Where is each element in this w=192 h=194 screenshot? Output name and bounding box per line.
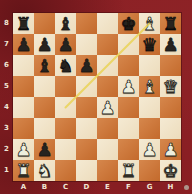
rank-label-1: 1 <box>0 160 13 181</box>
rank-label-4: 4 <box>0 97 13 118</box>
square-h2[interactable]: ♟ <box>160 139 181 160</box>
piece-black-pawn-a7[interactable]: ♟ <box>13 34 34 55</box>
square-b6[interactable]: ♝ <box>34 55 55 76</box>
square-g4[interactable] <box>139 97 160 118</box>
square-a8[interactable]: ♜ <box>13 13 34 34</box>
square-f3[interactable] <box>118 118 139 139</box>
piece-black-bishop-b6[interactable]: ♝ <box>34 55 55 76</box>
square-d3[interactable] <box>76 118 97 139</box>
corner-dot-icon <box>184 185 189 190</box>
rank-label-2: 2 <box>0 139 13 160</box>
board: ♜♝♚♝♜♟♟♟♛♟♝♞♟♟♝♛♟♟♟♟♟♜♞♜♚ <box>13 13 181 181</box>
piece-white-rook-f1[interactable]: ♜ <box>118 160 139 181</box>
square-c5[interactable] <box>55 76 76 97</box>
square-f8[interactable]: ♚ <box>118 13 139 34</box>
square-c4[interactable] <box>55 97 76 118</box>
square-g8[interactable]: ♝ <box>139 13 160 34</box>
file-label-c: C <box>55 181 76 194</box>
square-d8[interactable] <box>76 13 97 34</box>
square-g2[interactable]: ♟ <box>139 139 160 160</box>
square-g3[interactable] <box>139 118 160 139</box>
square-a5[interactable] <box>13 76 34 97</box>
file-labels: ABCDEFGH <box>13 181 181 194</box>
square-d2[interactable] <box>76 139 97 160</box>
square-g1[interactable] <box>139 160 160 181</box>
square-e8[interactable] <box>97 13 118 34</box>
piece-white-bishop-g8[interactable]: ♝ <box>139 13 160 34</box>
piece-white-pawn-f5[interactable]: ♟ <box>118 76 139 97</box>
piece-white-bishop-g5[interactable]: ♝ <box>139 76 160 97</box>
square-f2[interactable] <box>118 139 139 160</box>
square-e1[interactable] <box>97 160 118 181</box>
square-g7[interactable]: ♛ <box>139 34 160 55</box>
file-label-f: F <box>118 181 139 194</box>
square-a3[interactable] <box>13 118 34 139</box>
chessboard-frame: 87654321 ♜♝♚♝♜♟♟♟♛♟♝♞♟♟♝♛♟♟♟♟♟♜♞♜♚ ABCDE… <box>0 0 192 194</box>
rank-label-8: 8 <box>0 13 13 34</box>
rank-label-7: 7 <box>0 34 13 55</box>
file-label-e: E <box>97 181 118 194</box>
square-d6[interactable]: ♟ <box>76 55 97 76</box>
square-f6[interactable] <box>118 55 139 76</box>
file-label-g: G <box>139 181 160 194</box>
square-h7[interactable]: ♟ <box>160 34 181 55</box>
piece-black-bishop-c8[interactable]: ♝ <box>55 13 76 34</box>
square-f7[interactable] <box>118 34 139 55</box>
piece-white-knight-b1[interactable]: ♞ <box>34 160 55 181</box>
piece-white-pawn-h2[interactable]: ♟ <box>160 139 181 160</box>
square-f1[interactable]: ♜ <box>118 160 139 181</box>
file-label-h: H <box>160 181 181 194</box>
square-d1[interactable] <box>76 160 97 181</box>
square-a7[interactable]: ♟ <box>13 34 34 55</box>
square-e6[interactable] <box>97 55 118 76</box>
square-a2[interactable]: ♟ <box>13 139 34 160</box>
square-b3[interactable] <box>34 118 55 139</box>
piece-black-king-f8[interactable]: ♚ <box>118 13 139 34</box>
piece-white-king-h1[interactable]: ♚ <box>160 160 181 181</box>
piece-white-pawn-a2[interactable]: ♟ <box>13 139 34 160</box>
square-c6[interactable]: ♞ <box>55 55 76 76</box>
piece-black-pawn-b7[interactable]: ♟ <box>34 34 55 55</box>
square-f5[interactable]: ♟ <box>118 76 139 97</box>
square-a1[interactable]: ♜ <box>13 160 34 181</box>
piece-white-rook-a1[interactable]: ♜ <box>13 160 34 181</box>
square-c3[interactable] <box>55 118 76 139</box>
file-label-a: A <box>13 181 34 194</box>
square-b1[interactable]: ♞ <box>34 160 55 181</box>
square-c2[interactable] <box>55 139 76 160</box>
square-b5[interactable] <box>34 76 55 97</box>
square-f4[interactable] <box>118 97 139 118</box>
square-h6[interactable] <box>160 55 181 76</box>
square-d7[interactable] <box>76 34 97 55</box>
rank-label-3: 3 <box>0 118 13 139</box>
piece-black-rook-a8[interactable]: ♜ <box>13 13 34 34</box>
square-h8[interactable]: ♜ <box>160 13 181 34</box>
piece-white-pawn-g2[interactable]: ♟ <box>139 139 160 160</box>
piece-black-pawn-b2[interactable]: ♟ <box>34 139 55 160</box>
square-h5[interactable]: ♛ <box>160 76 181 97</box>
square-h1[interactable]: ♚ <box>160 160 181 181</box>
piece-black-queen-g7[interactable]: ♛ <box>139 34 160 55</box>
square-c1[interactable] <box>55 160 76 181</box>
square-e7[interactable] <box>97 34 118 55</box>
square-b2[interactable]: ♟ <box>34 139 55 160</box>
square-d5[interactable] <box>76 76 97 97</box>
square-h4[interactable] <box>160 97 181 118</box>
piece-black-pawn-h7[interactable]: ♟ <box>160 34 181 55</box>
piece-white-queen-h5[interactable]: ♛ <box>160 76 181 97</box>
piece-white-pawn-e4[interactable]: ♟ <box>97 97 118 118</box>
square-a4[interactable] <box>13 97 34 118</box>
rank-label-5: 5 <box>0 76 13 97</box>
rank-label-6: 6 <box>0 55 13 76</box>
file-label-b: B <box>34 181 55 194</box>
square-h3[interactable] <box>160 118 181 139</box>
piece-black-rook-h8[interactable]: ♜ <box>160 13 181 34</box>
square-e3[interactable] <box>97 118 118 139</box>
square-g5[interactable]: ♝ <box>139 76 160 97</box>
square-g6[interactable] <box>139 55 160 76</box>
square-c7[interactable]: ♟ <box>55 34 76 55</box>
square-e4[interactable]: ♟ <box>97 97 118 118</box>
square-e5[interactable] <box>97 76 118 97</box>
square-b7[interactable]: ♟ <box>34 34 55 55</box>
rank-labels: 87654321 <box>0 13 13 181</box>
square-b8[interactable] <box>34 13 55 34</box>
file-label-d: D <box>76 181 97 194</box>
square-a6[interactable] <box>13 55 34 76</box>
square-e2[interactable] <box>97 139 118 160</box>
piece-black-pawn-d6[interactable]: ♟ <box>76 55 97 76</box>
square-b4[interactable] <box>34 97 55 118</box>
square-d4[interactable] <box>76 97 97 118</box>
piece-black-knight-c6[interactable]: ♞ <box>55 55 76 76</box>
square-c8[interactable]: ♝ <box>55 13 76 34</box>
piece-black-pawn-c7[interactable]: ♟ <box>55 34 76 55</box>
